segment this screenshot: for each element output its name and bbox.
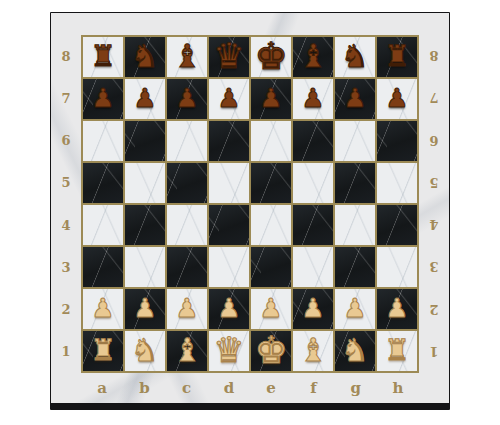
piece-black-pawn[interactable]: ♟	[343, 85, 366, 111]
rank-label: 3	[419, 246, 449, 288]
piece-black-pawn[interactable]: ♟	[259, 85, 282, 111]
square-d3[interactable]	[209, 247, 249, 287]
rank-label: 5	[51, 162, 81, 204]
board-squares: ♜♞♝♛♚♝♞♜♟♟♟♟♟♟♟♟♟♟♟♟♟♟♟♟♜♞♝♛♚♝♞♜	[81, 35, 419, 373]
piece-black-pawn[interactable]: ♟	[301, 85, 324, 111]
square-b2[interactable]: ♟	[125, 289, 165, 329]
square-d7[interactable]: ♟	[209, 79, 249, 119]
piece-white-pawn[interactable]: ♟	[175, 295, 198, 321]
square-e6[interactable]	[251, 121, 291, 161]
square-e2[interactable]: ♟	[251, 289, 291, 329]
rank-label: 8	[51, 35, 81, 77]
rank-labels-left: 87654321	[51, 35, 81, 373]
square-g6[interactable]	[335, 121, 375, 161]
piece-black-rook[interactable]: ♜	[90, 42, 116, 71]
square-d6[interactable]	[209, 121, 249, 161]
square-e3[interactable]	[251, 247, 291, 287]
square-g4[interactable]	[335, 205, 375, 245]
square-f2[interactable]: ♟	[293, 289, 333, 329]
square-b1[interactable]: ♞	[125, 331, 165, 371]
file-label: c	[166, 373, 208, 403]
square-h6[interactable]	[377, 121, 417, 161]
piece-black-queen[interactable]: ♛	[213, 39, 244, 74]
piece-black-pawn[interactable]: ♟	[385, 85, 408, 111]
square-h2[interactable]: ♟	[377, 289, 417, 329]
photo-background: 87654321 ♜♞♝♛♚♝♞♜♟♟♟♟♟♟♟♟♟♟♟♟♟♟♟♟♜♞♝♛♚♝♞…	[0, 0, 500, 425]
square-a4[interactable]	[83, 205, 123, 245]
square-f6[interactable]	[293, 121, 333, 161]
rank-labels-right: 87654321	[419, 35, 449, 373]
piece-black-pawn[interactable]: ♟	[175, 85, 198, 111]
square-e5[interactable]	[251, 163, 291, 203]
square-b8[interactable]: ♞	[125, 37, 165, 77]
chess-board: 87654321 ♜♞♝♛♚♝♞♜♟♟♟♟♟♟♟♟♟♟♟♟♟♟♟♟♜♞♝♛♚♝♞…	[50, 12, 450, 410]
piece-white-bishop[interactable]: ♝	[299, 334, 328, 366]
square-g7[interactable]: ♟	[335, 79, 375, 119]
square-h5[interactable]	[377, 163, 417, 203]
piece-white-knight[interactable]: ♞	[341, 335, 369, 366]
square-c4[interactable]	[167, 205, 207, 245]
file-labels-bottom: abcdefgh	[81, 373, 419, 403]
square-b4[interactable]	[125, 205, 165, 245]
board-frame: 87654321 ♜♞♝♛♚♝♞♜♟♟♟♟♟♟♟♟♟♟♟♟♟♟♟♟♜♞♝♛♚♝♞…	[51, 13, 449, 403]
piece-white-bishop[interactable]: ♝	[173, 334, 202, 366]
square-d2[interactable]: ♟	[209, 289, 249, 329]
square-f3[interactable]	[293, 247, 333, 287]
piece-white-rook[interactable]: ♜	[384, 336, 410, 365]
rank-label: 5	[419, 162, 449, 204]
square-b3[interactable]	[125, 247, 165, 287]
square-b5[interactable]	[125, 163, 165, 203]
square-c7[interactable]: ♟	[167, 79, 207, 119]
square-f4[interactable]	[293, 205, 333, 245]
square-d4[interactable]	[209, 205, 249, 245]
square-b6[interactable]	[125, 121, 165, 161]
piece-white-pawn[interactable]: ♟	[259, 295, 282, 321]
square-f1[interactable]: ♝	[293, 331, 333, 371]
square-a1[interactable]: ♜	[83, 331, 123, 371]
file-label: d	[208, 373, 250, 403]
square-c6[interactable]	[167, 121, 207, 161]
square-e8[interactable]: ♚	[251, 37, 291, 77]
piece-white-queen[interactable]: ♛	[213, 333, 244, 368]
square-g1[interactable]: ♞	[335, 331, 375, 371]
piece-black-pawn[interactable]: ♟	[133, 85, 156, 111]
square-g2[interactable]: ♟	[335, 289, 375, 329]
square-e1[interactable]: ♚	[251, 331, 291, 371]
file-label: h	[377, 373, 419, 403]
square-f5[interactable]	[293, 163, 333, 203]
rank-label: 4	[419, 204, 449, 246]
piece-white-pawn[interactable]: ♟	[133, 295, 156, 321]
piece-white-pawn[interactable]: ♟	[217, 295, 240, 321]
rank-label: 4	[51, 204, 81, 246]
rank-label: 7	[419, 77, 449, 119]
rank-label: 6	[51, 120, 81, 162]
square-g8[interactable]: ♞	[335, 37, 375, 77]
piece-black-pawn[interactable]: ♟	[91, 85, 114, 111]
square-g3[interactable]	[335, 247, 375, 287]
piece-black-bishop[interactable]: ♝	[299, 40, 328, 72]
square-b7[interactable]: ♟	[125, 79, 165, 119]
piece-black-king[interactable]: ♚	[254, 38, 287, 75]
rank-label: 6	[419, 120, 449, 162]
square-g5[interactable]	[335, 163, 375, 203]
rank-label: 3	[51, 246, 81, 288]
square-h7[interactable]: ♟	[377, 79, 417, 119]
square-a3[interactable]	[83, 247, 123, 287]
square-d5[interactable]	[209, 163, 249, 203]
square-c5[interactable]	[167, 163, 207, 203]
piece-white-king[interactable]: ♚	[254, 332, 287, 369]
square-e7[interactable]: ♟	[251, 79, 291, 119]
piece-white-pawn[interactable]: ♟	[343, 295, 366, 321]
piece-white-pawn[interactable]: ♟	[385, 295, 408, 321]
file-label: f	[292, 373, 334, 403]
file-label: b	[123, 373, 165, 403]
square-e4[interactable]	[251, 205, 291, 245]
square-h1[interactable]: ♜	[377, 331, 417, 371]
square-h8[interactable]: ♜	[377, 37, 417, 77]
square-a2[interactable]: ♟	[83, 289, 123, 329]
rank-label: 1	[51, 331, 81, 373]
square-a8[interactable]: ♜	[83, 37, 123, 77]
file-label: e	[250, 373, 292, 403]
square-h3[interactable]	[377, 247, 417, 287]
piece-white-pawn[interactable]: ♟	[91, 295, 114, 321]
board-frame-top	[81, 13, 419, 35]
rank-label: 2	[419, 289, 449, 331]
square-c8[interactable]: ♝	[167, 37, 207, 77]
piece-black-pawn[interactable]: ♟	[217, 85, 240, 111]
square-f8[interactable]: ♝	[293, 37, 333, 77]
piece-black-knight[interactable]: ♞	[131, 41, 159, 72]
rank-label: 7	[51, 77, 81, 119]
piece-black-knight[interactable]: ♞	[341, 41, 369, 72]
square-f7[interactable]: ♟	[293, 79, 333, 119]
piece-white-knight[interactable]: ♞	[131, 335, 159, 366]
square-c3[interactable]	[167, 247, 207, 287]
square-h4[interactable]	[377, 205, 417, 245]
square-a7[interactable]: ♟	[83, 79, 123, 119]
piece-black-rook[interactable]: ♜	[384, 42, 410, 71]
piece-white-rook[interactable]: ♜	[90, 336, 116, 365]
file-label: a	[81, 373, 123, 403]
file-label: g	[335, 373, 377, 403]
piece-black-bishop[interactable]: ♝	[173, 40, 202, 72]
square-d8[interactable]: ♛	[209, 37, 249, 77]
square-a5[interactable]	[83, 163, 123, 203]
square-c1[interactable]: ♝	[167, 331, 207, 371]
square-d1[interactable]: ♛	[209, 331, 249, 371]
rank-label: 2	[51, 289, 81, 331]
square-a6[interactable]	[83, 121, 123, 161]
square-c2[interactable]: ♟	[167, 289, 207, 329]
rank-label: 1	[419, 331, 449, 373]
rank-label: 8	[419, 35, 449, 77]
piece-white-pawn[interactable]: ♟	[301, 295, 324, 321]
